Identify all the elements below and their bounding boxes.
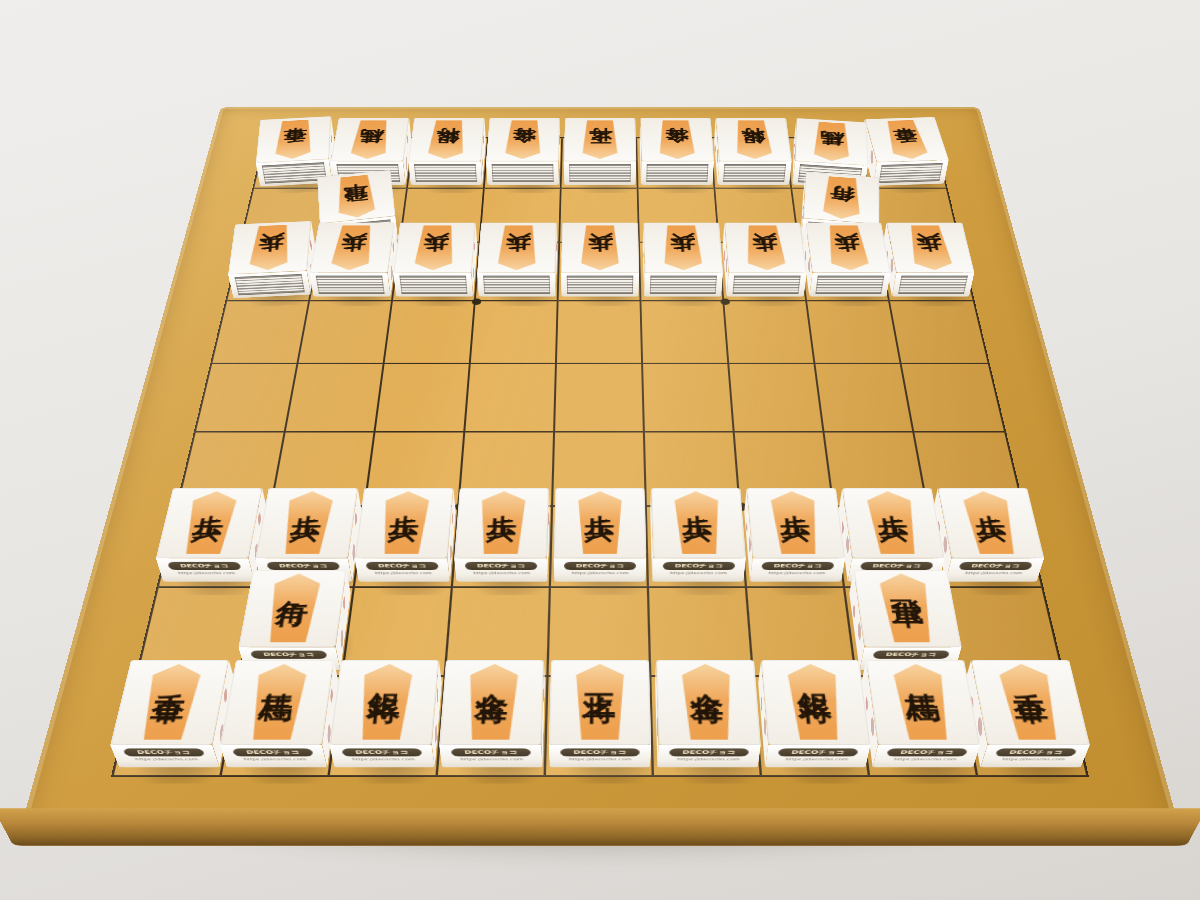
brand-badge: DECOチョコ <box>564 562 636 570</box>
piece-kanji: 飛車 <box>886 580 918 585</box>
board-cell[interactable]: DECOチョコhttps://decocho.com香車 <box>114 677 240 775</box>
board-cell[interactable] <box>890 301 988 364</box>
piece-top-face: 金将 <box>486 118 560 161</box>
piece-top-face: 歩兵 <box>842 488 944 558</box>
board-cell[interactable]: DECOチョコhttps://decocho.com歩兵 <box>355 507 460 588</box>
piece-kanji: 金将 <box>689 671 722 677</box>
piece-sente-silver-general[interactable]: DECOチョコhttps://decocho.com銀将 <box>330 677 443 775</box>
star-point <box>720 299 730 305</box>
piece-top-face: 歩兵 <box>561 222 639 272</box>
piece-gote-pawn[interactable]: 歩兵 <box>799 243 887 300</box>
piece-front-face: DECOチョコhttps://decocho.com <box>110 745 219 767</box>
piece-top-face: 歩兵 <box>887 222 975 272</box>
board-cell[interactable]: 歩兵 <box>799 243 890 301</box>
piece-top-face: 歩兵 <box>355 488 454 558</box>
piece-top-face: 香車 <box>256 116 331 163</box>
brand-badge: DECOチョコ <box>886 748 967 756</box>
piece-kanji: 歩兵 <box>874 497 904 502</box>
piece-top-face: 金将 <box>656 660 761 745</box>
piece-top-face: 歩兵 <box>309 222 394 272</box>
piece-front-face <box>892 273 974 297</box>
ingredient-label <box>733 276 801 294</box>
piece-sente-king[interactable]: DECOチョコhttps://decocho.com王将 <box>546 677 652 775</box>
piece-top-face: 飛車 <box>854 570 962 647</box>
piece-gote-silver-general[interactable]: 銀将 <box>408 138 487 187</box>
piece-front-face <box>718 161 792 185</box>
piece-front-face <box>477 273 556 297</box>
piece-front-face: DECOチョコhttps://decocho.com <box>652 558 746 582</box>
brand-url: https://decocho.com <box>751 571 843 576</box>
ingredient-label <box>567 276 634 294</box>
piece-kanji: 香車 <box>1006 671 1040 677</box>
piece-top-face: 歩兵 <box>156 488 262 558</box>
piece-sente-pawn[interactable]: DECOチョコhttps://decocho.com歩兵 <box>647 507 745 586</box>
brand-badge: DECOチョコ <box>341 748 422 756</box>
board-surface: 香車桂馬銀将金将王将金将銀将桂馬香車飛車角行歩兵歩兵歩兵歩兵歩兵歩兵歩兵歩兵歩兵… <box>111 137 1089 777</box>
piece-top-face: 銀将 <box>330 660 439 745</box>
board-cell[interactable] <box>298 301 393 364</box>
board-cell[interactable]: 歩兵 <box>227 243 321 301</box>
brand-badge: DECOチョコ <box>451 748 531 756</box>
piece-top-face: 香車 <box>865 117 949 162</box>
board-cell[interactable] <box>375 364 470 432</box>
piece-front-face <box>873 160 948 186</box>
piece-top-face: 歩兵 <box>805 222 890 272</box>
piece-front-face <box>564 161 636 185</box>
piece-front-face <box>228 271 311 299</box>
board-cell[interactable]: DECOチョコhttps://decocho.com香車 <box>960 677 1086 775</box>
brand-badge: DECOチョコ <box>123 748 205 756</box>
piece-top-face: 歩兵 <box>255 488 357 558</box>
piece-kanji: 歩兵 <box>920 262 946 266</box>
piece-front-face: DECOチョコhttps://decocho.com <box>657 745 760 767</box>
piece-sente-lance[interactable]: DECOチョコhttps://decocho.com香車 <box>114 677 238 775</box>
brand-url: https://decocho.com <box>766 757 868 762</box>
brand-url: https://decocho.com <box>982 757 1085 762</box>
piece-kanji: 歩兵 <box>670 262 696 266</box>
piece-front-face <box>393 273 473 297</box>
piece-front-face: DECOチョコhttps://decocho.com <box>156 558 255 582</box>
piece-gote-pawn[interactable]: 歩兵 <box>879 243 972 300</box>
board-cell[interactable]: DECOチョコhttps://decocho.com金将 <box>651 677 762 775</box>
ingredient-label <box>492 164 554 182</box>
board-cell[interactable]: 歩兵 <box>476 243 560 301</box>
ingredient-label <box>483 276 550 294</box>
piece-gote-pawn[interactable]: 歩兵 <box>640 243 722 300</box>
board-cell[interactable]: DECOチョコhttps://decocho.com桂馬 <box>222 677 343 775</box>
brand-url: https://decocho.com <box>115 757 218 762</box>
piece-kanji: 桂馬 <box>356 152 380 155</box>
piece-gote-pawn[interactable]: 歩兵 <box>310 243 399 300</box>
board-cell[interactable] <box>555 364 645 432</box>
brand-url: https://decocho.com <box>947 571 1040 576</box>
piece-front-face: DECOチョコhttps://decocho.com <box>454 558 548 582</box>
brand-url: https://decocho.com <box>874 757 976 762</box>
piece-front-face: DECOチョコhttps://decocho.com <box>549 745 651 767</box>
piece-front-face: DECOチョコhttps://decocho.com <box>980 745 1089 767</box>
board-cell[interactable] <box>729 364 824 432</box>
piece-kanji: 金将 <box>478 671 511 677</box>
piece-front-face: DECOチョコhttps://decocho.com <box>946 558 1045 582</box>
board-cell[interactable]: 歩兵 <box>879 243 973 301</box>
piece-sente-knight[interactable]: DECOチョコhttps://decocho.com桂馬 <box>222 677 341 775</box>
piece-gote-pawn[interactable]: 歩兵 <box>720 243 805 300</box>
piece-kanji: 歩兵 <box>392 497 422 502</box>
piece-front-face <box>309 273 390 297</box>
board-cell[interactable]: 銀将 <box>711 138 792 188</box>
piece-kanji: 歩兵 <box>754 262 780 266</box>
piece-kanji: 歩兵 <box>837 262 863 266</box>
piece-gote-gold-general[interactable]: 金将 <box>485 138 561 187</box>
piece-kanji: 歩兵 <box>420 262 446 266</box>
piece-front-face: DECOチョコhttps://decocho.com <box>355 558 450 582</box>
piece-gote-pawn[interactable]: 歩兵 <box>559 243 640 300</box>
ingredient-label <box>234 274 304 295</box>
board-cell[interactable] <box>807 301 902 364</box>
board-cell[interactable]: 歩兵 <box>310 243 401 301</box>
piece-gote-silver-general[interactable]: 銀将 <box>711 138 790 187</box>
brand-url: https://decocho.com <box>652 571 744 576</box>
board-cell[interactable]: 金将 <box>485 138 563 188</box>
piece-front-face: DECOチョコhttps://decocho.com <box>765 745 870 767</box>
piece-kanji: 歩兵 <box>681 497 711 502</box>
brand-badge: DECOチョコ <box>560 748 640 756</box>
board-front-edge <box>0 808 1200 846</box>
board-cell[interactable]: 歩兵 <box>640 243 724 301</box>
board-cell[interactable]: DECOチョコhttps://decocho.com歩兵 <box>741 507 846 588</box>
piece-sente-pawn[interactable]: DECOチョコhttps://decocho.com歩兵 <box>355 507 457 586</box>
piece-front-face: DECOチョコhttps://decocho.com <box>873 745 980 767</box>
piece-top-face: 歩兵 <box>393 222 475 272</box>
piece-top-face: 角行 <box>803 172 879 224</box>
board-cell[interactable] <box>816 364 915 432</box>
board-cell[interactable] <box>471 301 559 364</box>
ingredient-label <box>723 164 786 182</box>
ingredient-label <box>569 164 631 182</box>
piece-kanji: 銀将 <box>795 671 828 677</box>
ingredient-label <box>646 164 708 182</box>
piece-kanji: 角行 <box>282 580 314 585</box>
piece-front-face: DECOチョコhttps://decocho.com <box>330 745 435 767</box>
piece-kanji: 歩兵 <box>585 497 615 502</box>
piece-top-face: 香車 <box>971 660 1090 745</box>
brand-badge: DECOチョコ <box>860 562 934 570</box>
piece-sente-lance[interactable]: DECOチョコhttps://decocho.com香車 <box>960 677 1086 775</box>
piece-kanji: 歩兵 <box>200 497 231 502</box>
brand-badge: DECOチョコ <box>778 748 859 756</box>
board-cell[interactable]: DECOチョコhttps://decocho.com銀将 <box>754 677 870 775</box>
piece-kanji: 歩兵 <box>504 262 530 266</box>
piece-gote-pawn[interactable]: 歩兵 <box>476 243 558 300</box>
brand-badge: DECOチョコ <box>465 562 538 570</box>
piece-top-face: 金将 <box>640 118 714 161</box>
piece-sente-silver-general[interactable]: DECOチョコhttps://decocho.com銀将 <box>754 677 867 775</box>
board-cell[interactable]: 歩兵 <box>393 243 481 301</box>
board-cell[interactable]: DECOチョコhttps://decocho.com桂馬 <box>857 677 978 775</box>
piece-sente-pawn[interactable]: DECOチョコhttps://decocho.com歩兵 <box>551 507 647 586</box>
piece-top-face: 歩兵 <box>724 222 806 272</box>
board-cell[interactable] <box>902 364 1005 432</box>
piece-kanji: 銀将 <box>372 671 405 677</box>
piece-top-face: 飛車 <box>317 170 395 224</box>
board-cell[interactable]: DECOチョコhttps://decocho.com銀将 <box>330 677 446 775</box>
board-cell[interactable]: 歩兵 <box>559 243 642 301</box>
brand-url: https://decocho.com <box>658 757 759 762</box>
board-grid: 香車桂馬銀将金将王将金将銀将桂馬香車飛車角行歩兵歩兵歩兵歩兵歩兵歩兵歩兵歩兵歩兵… <box>111 137 1089 777</box>
brand-badge: DECOチョコ <box>232 748 313 756</box>
board-cell[interactable]: 銀将 <box>408 138 489 188</box>
board-cell[interactable]: DECOチョコhttps://decocho.com王将 <box>546 677 654 775</box>
piece-top-face: 歩兵 <box>643 222 723 272</box>
brand-url: https://decocho.com <box>160 571 253 576</box>
piece-front-face <box>644 273 723 297</box>
board-cell[interactable] <box>557 301 643 364</box>
piece-kanji: 歩兵 <box>587 262 613 266</box>
piece-front-face <box>486 161 559 185</box>
ingredient-label <box>316 276 385 294</box>
brand-url: https://decocho.com <box>357 571 449 576</box>
ingredient-label <box>650 276 717 294</box>
piece-top-face: 歩兵 <box>454 488 549 558</box>
brand-badge: DECOチョコ <box>266 562 340 570</box>
brand-badge: DECOチョコ <box>761 562 834 570</box>
piece-top-face: 歩兵 <box>554 488 647 558</box>
piece-sente-knight[interactable]: DECOチョコhttps://decocho.com桂馬 <box>857 677 976 775</box>
ingredient-label <box>815 276 884 294</box>
piece-top-face: 金将 <box>439 660 544 745</box>
piece-top-face: 桂馬 <box>866 660 980 745</box>
piece-kanji: 歩兵 <box>337 262 363 266</box>
piece-sente-gold-general[interactable]: DECOチョコhttps://decocho.com金将 <box>438 677 546 775</box>
piece-top-face: 王将 <box>564 118 636 161</box>
board-cell[interactable]: 金将 <box>637 138 715 188</box>
board-cell[interactable] <box>286 364 385 432</box>
piece-kanji: 金将 <box>665 152 689 155</box>
piece-front-face <box>809 273 890 297</box>
brand-url: https://decocho.com <box>441 757 542 762</box>
ingredient-label <box>414 164 477 182</box>
piece-kanji: 王将 <box>584 671 617 677</box>
brand-url: https://decocho.com <box>224 757 326 762</box>
brand-badge: DECOチョコ <box>669 748 749 756</box>
piece-kanji: 歩兵 <box>970 497 1001 502</box>
piece-top-face: 歩兵 <box>228 221 311 275</box>
piece-top-face: 歩兵 <box>651 488 746 558</box>
board-cell[interactable] <box>465 364 557 432</box>
ingredient-label <box>898 276 968 294</box>
piece-kanji: 銀将 <box>433 152 457 155</box>
piece-kanji: 桂馬 <box>901 671 934 677</box>
piece-front-face: DECOチョコhttps://decocho.com <box>220 745 327 767</box>
piece-top-face: 歩兵 <box>747 488 846 558</box>
piece-top-face: 歩兵 <box>938 488 1044 558</box>
piece-top-face: 王将 <box>549 660 651 745</box>
piece-top-face: 銀将 <box>761 660 870 745</box>
board-cell[interactable] <box>212 301 310 364</box>
piece-kanji: 王将 <box>588 152 612 155</box>
piece-front-face: DECOチョコhttps://decocho.com <box>439 745 542 767</box>
piece-kanji: 桂馬 <box>266 671 299 677</box>
brand-badge: DECOチョコ <box>995 748 1077 756</box>
piece-top-face: 桂馬 <box>331 118 409 161</box>
brand-badge: DECOチョコ <box>366 562 439 570</box>
board-cell[interactable]: DECOチョコhttps://decocho.com歩兵 <box>551 507 649 588</box>
piece-top-face: 桂馬 <box>795 118 868 166</box>
piece-front-face: DECOチョコhttps://decocho.com <box>554 558 647 582</box>
brand-url: https://decocho.com <box>456 571 548 576</box>
brand-badge: DECOチョコ <box>663 562 736 570</box>
brand-badge: DECOチョコ <box>250 651 327 659</box>
piece-front-face <box>727 273 807 297</box>
piece-front-face <box>408 161 482 185</box>
piece-top-face: 角行 <box>238 570 346 647</box>
piece-sente-pawn[interactable]: DECOチョコhttps://decocho.com歩兵 <box>741 507 843 586</box>
board-cell[interactable]: DECOチョコhttps://decocho.com歩兵 <box>453 507 553 588</box>
piece-gote-king[interactable]: 王将 <box>562 138 637 187</box>
board-cell[interactable] <box>641 301 729 364</box>
table-background: 香車桂馬銀将金将王将金将銀将桂馬香車飛車角行歩兵歩兵歩兵歩兵歩兵歩兵歩兵歩兵歩兵… <box>0 0 1200 900</box>
board-cell[interactable]: DECOチョコhttps://decocho.com歩兵 <box>647 507 747 588</box>
piece-top-face: 銀将 <box>716 118 792 161</box>
piece-top-face: 銀将 <box>408 118 484 161</box>
piece-sente-pawn[interactable]: DECOチョコhttps://decocho.com歩兵 <box>453 507 551 586</box>
board-cell[interactable] <box>724 301 815 364</box>
board-cell[interactable]: 歩兵 <box>720 243 808 301</box>
piece-top-face: 歩兵 <box>477 222 557 272</box>
brand-badge: DECOチョコ <box>167 562 241 570</box>
piece-kanji: 銀将 <box>743 152 767 155</box>
piece-kanji: 金将 <box>511 152 535 155</box>
brand-url: https://decocho.com <box>549 757 650 762</box>
brand-url: https://decocho.com <box>332 757 434 762</box>
piece-front-face <box>641 161 714 185</box>
board-cell[interactable]: 王将 <box>562 138 639 188</box>
piece-kanji: 歩兵 <box>296 497 326 502</box>
piece-top-face: 桂馬 <box>220 660 334 745</box>
board-cell[interactable] <box>384 301 475 364</box>
board-cell[interactable] <box>643 364 735 432</box>
piece-gote-gold-general[interactable]: 金将 <box>637 138 713 187</box>
piece-top-face: 香車 <box>110 660 229 745</box>
brand-badge: DECOチョコ <box>873 651 950 659</box>
ingredient-label <box>879 163 943 183</box>
brand-badge: DECOチョコ <box>959 562 1033 570</box>
piece-kanji: 香車 <box>160 671 194 677</box>
brand-url: https://decocho.com <box>554 571 646 576</box>
piece-front-face: DECOチョコhttps://decocho.com <box>750 558 845 582</box>
piece-kanji: 歩兵 <box>489 497 519 502</box>
piece-gote-pawn[interactable]: 歩兵 <box>393 243 479 300</box>
board-cell[interactable]: DECOチョコhttps://decocho.com金将 <box>438 677 549 775</box>
ingredient-label <box>399 276 467 294</box>
piece-sente-gold-general[interactable]: DECOチョコhttps://decocho.com金将 <box>651 677 759 775</box>
piece-gote-pawn[interactable]: 歩兵 <box>230 241 316 302</box>
piece-front-face <box>561 273 639 297</box>
board-cell[interactable] <box>196 364 299 432</box>
shogi-board: 香車桂馬銀将金将王将金将銀将桂馬香車飛車角行歩兵歩兵歩兵歩兵歩兵歩兵歩兵歩兵歩兵… <box>16 107 1185 845</box>
piece-kanji: 歩兵 <box>777 497 807 502</box>
